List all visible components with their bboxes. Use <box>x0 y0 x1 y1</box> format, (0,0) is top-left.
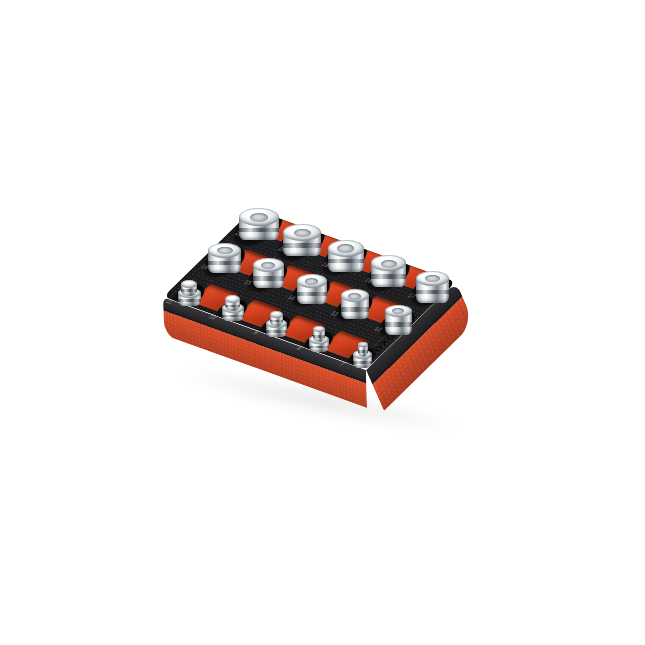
product-photo: BOXOUSA BOXO 212019181716151413121110987 <box>0 0 645 645</box>
